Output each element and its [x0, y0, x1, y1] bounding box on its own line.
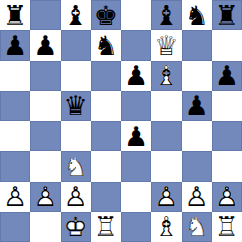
square-a4[interactable] [0, 121, 30, 151]
square-c3[interactable]: ♞♘ [61, 151, 91, 181]
piece-white-pawn: ♟♙ [33, 183, 57, 210]
square-f1[interactable]: ♝♗ [151, 212, 181, 242]
piece-black-bishop: ♝ [64, 2, 88, 29]
square-a8[interactable]: ♜ [0, 0, 30, 30]
square-h2[interactable]: ♟♙ [212, 182, 242, 212]
square-g3[interactable] [182, 151, 212, 181]
square-e3[interactable] [121, 151, 151, 181]
square-d4[interactable] [91, 121, 121, 151]
square-f4[interactable] [151, 121, 181, 151]
square-h7[interactable] [212, 30, 242, 60]
square-g6[interactable] [182, 61, 212, 91]
square-c6[interactable] [61, 61, 91, 91]
piece-white-pawn: ♟♙ [3, 183, 27, 210]
square-d7[interactable]: ♞ [91, 30, 121, 60]
square-d8[interactable]: ♚ [91, 0, 121, 30]
square-e1[interactable] [121, 212, 151, 242]
square-f8[interactable]: ♝ [151, 0, 181, 30]
piece-white-rook: ♜♖ [215, 213, 239, 240]
square-g2[interactable]: ♟♙ [182, 182, 212, 212]
piece-black-knight: ♞ [94, 32, 118, 59]
piece-white-bishop: ♝♗ [154, 62, 178, 89]
square-e4[interactable]: ♟ [121, 121, 151, 151]
square-g7[interactable] [182, 30, 212, 60]
square-e7[interactable] [121, 30, 151, 60]
square-a2[interactable]: ♟♙ [0, 182, 30, 212]
square-f3[interactable] [151, 151, 181, 181]
square-g5[interactable]: ♟ [182, 91, 212, 121]
square-h3[interactable] [212, 151, 242, 181]
chess-board: ♜♝♚♝♞♜♟♟♞♛♕♟♝♗♟♛♟♟♞♘♟♙♟♙♟♙♟♙♟♙♟♙♚♔♜♖♝♗♞♘… [0, 0, 242, 242]
square-b3[interactable] [30, 151, 60, 181]
square-e6[interactable]: ♟ [121, 61, 151, 91]
square-b4[interactable] [30, 121, 60, 151]
square-a1[interactable] [0, 212, 30, 242]
square-e8[interactable] [121, 0, 151, 30]
square-h1[interactable]: ♜♖ [212, 212, 242, 242]
piece-black-king: ♚ [94, 2, 118, 29]
piece-white-knight: ♞♘ [185, 213, 209, 240]
square-b5[interactable] [30, 91, 60, 121]
square-a3[interactable] [0, 151, 30, 181]
square-c8[interactable]: ♝ [61, 0, 91, 30]
piece-black-bishop: ♝ [154, 2, 178, 29]
square-h5[interactable] [212, 91, 242, 121]
square-b7[interactable]: ♟ [30, 30, 60, 60]
square-d5[interactable] [91, 91, 121, 121]
piece-black-rook: ♜ [3, 2, 27, 29]
piece-black-pawn: ♟ [124, 62, 148, 89]
square-a5[interactable] [0, 91, 30, 121]
piece-white-queen: ♛♕ [154, 32, 178, 59]
square-g1[interactable]: ♞♘ [182, 212, 212, 242]
square-h8[interactable]: ♜ [212, 0, 242, 30]
piece-white-king: ♚♔ [64, 213, 88, 240]
piece-black-queen: ♛ [64, 92, 88, 119]
square-e5[interactable] [121, 91, 151, 121]
square-d2[interactable] [91, 182, 121, 212]
square-d6[interactable] [91, 61, 121, 91]
square-b6[interactable] [30, 61, 60, 91]
square-c5[interactable]: ♛ [61, 91, 91, 121]
square-g8[interactable]: ♞ [182, 0, 212, 30]
piece-black-pawn: ♟ [215, 62, 239, 89]
piece-black-pawn: ♟ [3, 32, 27, 59]
square-d3[interactable] [91, 151, 121, 181]
square-c7[interactable] [61, 30, 91, 60]
piece-black-pawn: ♟ [185, 92, 209, 119]
piece-white-pawn: ♟♙ [154, 183, 178, 210]
square-c1[interactable]: ♚♔ [61, 212, 91, 242]
square-e2[interactable] [121, 182, 151, 212]
square-h6[interactable]: ♟ [212, 61, 242, 91]
square-f2[interactable]: ♟♙ [151, 182, 181, 212]
square-f6[interactable]: ♝♗ [151, 61, 181, 91]
square-f7[interactable]: ♛♕ [151, 30, 181, 60]
square-b8[interactable] [30, 0, 60, 30]
piece-white-knight: ♞♘ [64, 153, 88, 180]
piece-white-pawn: ♟♙ [185, 183, 209, 210]
piece-white-bishop: ♝♗ [154, 213, 178, 240]
chessboard-container: ♜♝♚♝♞♜♟♟♞♛♕♟♝♗♟♛♟♟♞♘♟♙♟♙♟♙♟♙♟♙♟♙♚♔♜♖♝♗♞♘… [0, 0, 242, 242]
square-g4[interactable] [182, 121, 212, 151]
piece-black-pawn: ♟ [33, 32, 57, 59]
square-a6[interactable] [0, 61, 30, 91]
piece-black-rook: ♜ [215, 2, 239, 29]
square-f5[interactable] [151, 91, 181, 121]
piece-black-knight: ♞ [185, 2, 209, 29]
square-b1[interactable] [30, 212, 60, 242]
square-a7[interactable]: ♟ [0, 30, 30, 60]
square-d1[interactable]: ♜♖ [91, 212, 121, 242]
square-c2[interactable]: ♟♙ [61, 182, 91, 212]
piece-white-pawn: ♟♙ [215, 183, 239, 210]
square-h4[interactable] [212, 121, 242, 151]
piece-black-pawn: ♟ [124, 123, 148, 150]
piece-white-pawn: ♟♙ [64, 183, 88, 210]
square-b2[interactable]: ♟♙ [30, 182, 60, 212]
piece-white-rook: ♜♖ [94, 213, 118, 240]
square-c4[interactable] [61, 121, 91, 151]
